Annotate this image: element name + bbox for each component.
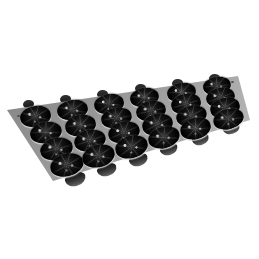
product-photo: [0, 0, 259, 259]
corner-hole-2: [231, 81, 234, 83]
